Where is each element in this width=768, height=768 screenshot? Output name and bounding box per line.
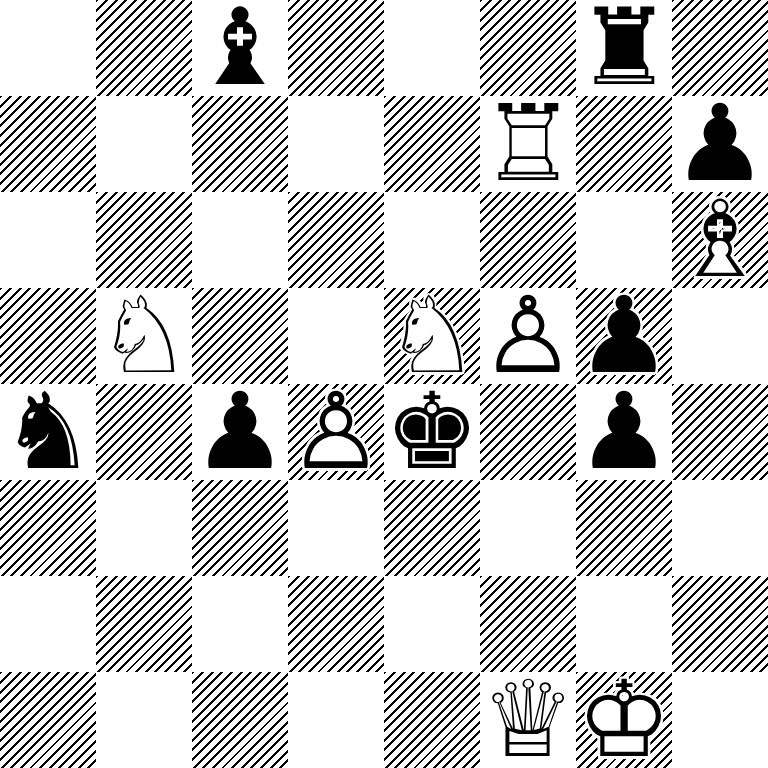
square-h6[interactable]: ♝♗ [672,192,768,288]
square-f4[interactable] [480,384,576,480]
square-e7[interactable] [384,96,480,192]
white-bishop-glyph: ♗ [672,192,768,288]
square-b7[interactable] [96,96,192,192]
square-c7[interactable] [192,96,288,192]
square-h2[interactable] [672,576,768,672]
square-f5[interactable]: ♟♙ [480,288,576,384]
square-b4[interactable] [96,384,192,480]
white-queen-piece[interactable]: ♛♕ [480,672,576,768]
square-c4[interactable]: ♟ [192,384,288,480]
square-g1[interactable]: ♚♔ [576,672,672,768]
square-a8[interactable] [0,0,96,96]
square-a2[interactable] [0,576,96,672]
square-d3[interactable] [288,480,384,576]
white-knight-glyph: ♘ [96,288,192,384]
square-a7[interactable] [0,96,96,192]
square-d1[interactable] [288,672,384,768]
square-a1[interactable] [0,672,96,768]
black-bishop-piece[interactable]: ♝ [192,0,288,96]
black-rook-glyph: ♜ [576,0,672,96]
white-king-glyph: ♔ [576,672,672,768]
square-d4[interactable]: ♟♙ [288,384,384,480]
black-pawn-glyph: ♟ [192,384,288,480]
white-king-piece[interactable]: ♚♔ [576,672,672,768]
square-b1[interactable] [96,672,192,768]
white-pawn-piece[interactable]: ♟♙ [480,288,576,384]
square-e8[interactable] [384,0,480,96]
black-bishop-glyph: ♝ [192,0,288,96]
square-b5[interactable]: ♞♘ [96,288,192,384]
square-g8[interactable]: ♜ [576,0,672,96]
black-pawn-piece[interactable]: ♟ [576,384,672,480]
square-g4[interactable]: ♟ [576,384,672,480]
white-queen-glyph: ♕ [480,672,576,768]
square-e4[interactable]: ♚ [384,384,480,480]
square-e1[interactable] [384,672,480,768]
white-pawn-glyph: ♙ [288,384,384,480]
black-pawn-glyph: ♟ [576,384,672,480]
square-e2[interactable] [384,576,480,672]
square-d2[interactable] [288,576,384,672]
square-h3[interactable] [672,480,768,576]
black-king-glyph: ♚ [384,384,480,480]
white-pawn-piece[interactable]: ♟♙ [288,384,384,480]
square-e3[interactable] [384,480,480,576]
square-d8[interactable] [288,0,384,96]
square-b8[interactable] [96,0,192,96]
square-c1[interactable] [192,672,288,768]
white-rook-glyph: ♖ [480,96,576,192]
square-h4[interactable] [672,384,768,480]
black-rook-piece[interactable]: ♜ [576,0,672,96]
white-pawn-glyph: ♙ [480,288,576,384]
square-f3[interactable] [480,480,576,576]
square-f7[interactable]: ♜♖ [480,96,576,192]
square-g7[interactable] [576,96,672,192]
black-pawn-piece[interactable]: ♟ [192,384,288,480]
black-knight-piece[interactable]: ♞ [0,384,96,480]
square-h5[interactable] [672,288,768,384]
square-d7[interactable] [288,96,384,192]
square-f1[interactable]: ♛♕ [480,672,576,768]
white-bishop-piece[interactable]: ♝♗ [672,192,768,288]
chess-board: ♝♜♜♖♟♝♗♞♘♞♘♟♙♟♞♟♟♙♚♟♛♕♚♔ [0,0,768,768]
square-b2[interactable] [96,576,192,672]
white-rook-piece[interactable]: ♜♖ [480,96,576,192]
square-a6[interactable] [0,192,96,288]
square-g3[interactable] [576,480,672,576]
black-king-piece[interactable]: ♚ [384,384,480,480]
square-a3[interactable] [0,480,96,576]
black-knight-glyph: ♞ [0,384,96,480]
square-c6[interactable] [192,192,288,288]
square-b3[interactable] [96,480,192,576]
square-c8[interactable]: ♝ [192,0,288,96]
square-a4[interactable]: ♞ [0,384,96,480]
white-knight-piece[interactable]: ♞♘ [96,288,192,384]
square-c2[interactable] [192,576,288,672]
square-d6[interactable] [288,192,384,288]
square-h1[interactable] [672,672,768,768]
square-c3[interactable] [192,480,288,576]
